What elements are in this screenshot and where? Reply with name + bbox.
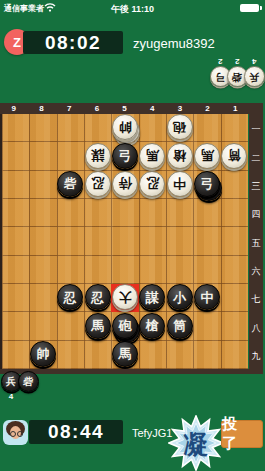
status-bar: 通信事業者 午後 11:10 — [0, 0, 265, 16]
piece-disc: 馬 — [139, 143, 165, 169]
piece-black-筒[interactable]: 筒 — [167, 313, 193, 339]
piece-glyph: 弓 — [201, 177, 214, 190]
bottom-player-name: TefyJG1 — [132, 427, 172, 439]
top-clock-value: 08:02 — [45, 32, 101, 54]
white-hand-tray: 2弓2砦4兵 — [211, 57, 263, 87]
piece-glyph: 槍 — [173, 149, 186, 162]
piece-glyph: 謀 — [146, 291, 159, 304]
piece-glyph: 小 — [173, 291, 186, 304]
bottom-clock-value: 08:44 — [48, 421, 104, 443]
piece-black-馬[interactable]: 馬 — [85, 313, 111, 339]
piece-glyph: 筒 — [173, 319, 186, 332]
piece-glyph: 大 — [119, 291, 132, 304]
row-label-9: 九 — [249, 350, 263, 363]
bottom-player-avatar — [3, 420, 28, 445]
row-label-3: 三 — [249, 180, 263, 193]
piece-disc: 忍 — [85, 171, 111, 197]
piece-glyph: 砲 — [119, 319, 132, 332]
gungi-app: 通信事業者 午後 11:10 Z 08:02 zyugemu8392 2弓2砦4… — [0, 0, 265, 471]
avatar-glasses-right — [17, 431, 23, 437]
row-label-5: 五 — [249, 237, 263, 250]
row-label-7: 七 — [249, 293, 263, 306]
piece-black-帥[interactable]: 帥 — [30, 341, 56, 367]
top-player-clock: 08:02 — [23, 31, 123, 54]
piece-glyph: 忍 — [91, 177, 104, 190]
system-time: 午後 11:10 — [0, 3, 265, 16]
piece-black-馬[interactable]: 馬 — [112, 341, 138, 367]
piece-glyph: 忍 — [91, 291, 104, 304]
piece-glyph: 侍 — [119, 177, 132, 190]
hand-piece-black-砦[interactable]: 砦 — [19, 371, 37, 401]
piece-white-馬[interactable]: 馬 — [194, 143, 220, 169]
hand-disc: 砦 — [18, 371, 39, 392]
piece-glyph: 馬 — [91, 319, 104, 332]
piece-disc: 小 — [167, 284, 193, 310]
piece-disc: 砲 — [167, 114, 193, 140]
col-label-2: 2 — [194, 103, 222, 114]
col-label-1: 1 — [221, 103, 249, 114]
row-label-6: 六 — [249, 265, 263, 278]
piece-disc: 弓 — [194, 171, 220, 197]
piece-black-砦[interactable]: 砦 — [57, 171, 83, 197]
piece-white-帥[interactable]: 帥 — [112, 114, 138, 140]
piece-disc: 筒 — [167, 313, 193, 339]
piece-disc: 砦 — [57, 171, 83, 197]
hand-glyph: 砦 — [232, 72, 242, 82]
piece-disc: 筒 — [221, 143, 247, 169]
col-label-6: 6 — [83, 103, 111, 114]
piece-disc: 槍 — [167, 143, 193, 169]
piece-white-馬[interactable]: 馬 — [139, 143, 165, 169]
piece-disc: 大 — [112, 284, 138, 310]
gungi-board[interactable]: 帥砲謀弓馬槍馬筒砦忍侍忍中弓忍忍大謀小中馬砲槍筒帥馬 — [2, 114, 248, 369]
col-label-7: 7 — [55, 103, 83, 114]
col-label-5: 5 — [111, 103, 139, 114]
hand-piece-black-兵[interactable]: 兵4 — [2, 371, 20, 401]
board-bottom-edge — [0, 369, 249, 374]
piece-black-弓[interactable]: 弓 — [112, 143, 138, 169]
row-label-1: 一 — [249, 123, 263, 136]
piece-black-忍[interactable]: 忍 — [57, 284, 83, 310]
piece-white-槍[interactable]: 槍 — [167, 143, 193, 169]
piece-white-砲[interactable]: 砲 — [167, 114, 193, 140]
piece-white-筒[interactable]: 筒 — [221, 143, 247, 169]
piece-disc: 忍 — [139, 171, 165, 197]
col-label-4: 4 — [138, 103, 166, 114]
piece-black-槍[interactable]: 槍 — [139, 313, 165, 339]
hand-piece-white-兵[interactable]: 4兵 — [245, 57, 263, 87]
piece-disc: 馬 — [85, 313, 111, 339]
piece-glyph: 筒 — [228, 149, 241, 162]
hand-glyph: 砦 — [23, 377, 33, 387]
hand-count: 2 — [218, 57, 222, 66]
row-label-2: 二 — [249, 152, 263, 165]
piece-disc: 馬 — [194, 143, 220, 169]
hand-count: 2 — [235, 57, 239, 66]
piece-glyph: 槍 — [146, 319, 159, 332]
piece-glyph: 忍 — [64, 291, 77, 304]
gyo-peek-button[interactable]: 凝 — [168, 415, 224, 471]
piece-disc: 謀 — [139, 284, 165, 310]
battery-icon — [240, 4, 259, 12]
bottom-player-clock: 08:44 — [29, 420, 123, 444]
piece-black-弓[interactable]: 弓 — [194, 171, 220, 197]
hand-glyph: 兵 — [249, 72, 259, 82]
piece-disc: 謀 — [85, 143, 111, 169]
piece-black-忍[interactable]: 忍 — [85, 284, 111, 310]
top-player-name: zyugemu8392 — [133, 36, 215, 51]
top-avatar-initial: Z — [13, 35, 21, 50]
piece-white-中[interactable]: 中 — [167, 171, 193, 197]
hand-count: 4 — [252, 57, 256, 66]
piece-glyph: 馬 — [146, 149, 159, 162]
piece-black-謀[interactable]: 謀 — [139, 284, 165, 310]
piece-glyph: 砦 — [64, 177, 77, 190]
piece-disc: 忍 — [57, 284, 83, 310]
piece-black-砲[interactable]: 砲 — [112, 313, 138, 339]
column-labels: 987654321 — [0, 103, 249, 114]
col-label-3: 3 — [166, 103, 194, 114]
piece-glyph: 帥 — [37, 347, 50, 360]
hand-disc: 兵 — [244, 66, 265, 87]
piece-disc: 侍 — [112, 171, 138, 197]
row-label-8: 八 — [249, 322, 263, 335]
piece-glyph: 謀 — [91, 149, 104, 162]
piece-glyph: 砲 — [173, 121, 186, 134]
piece-disc: 中 — [194, 284, 220, 310]
piece-disc: 忍 — [85, 284, 111, 310]
piece-glyph: 弓 — [119, 149, 132, 162]
row-labels: 一二三四五六七八九 — [249, 103, 263, 374]
piece-disc: 槍 — [139, 313, 165, 339]
piece-disc: 砲 — [112, 313, 138, 339]
resign-button[interactable]: 投 了 — [221, 420, 263, 448]
piece-disc: 中 — [167, 171, 193, 197]
piece-disc: 弓 — [112, 143, 138, 169]
resign-label: 投 了 — [222, 415, 262, 453]
piece-glyph: 帥 — [119, 121, 132, 134]
hand-count: 4 — [9, 392, 13, 401]
piece-glyph: 馬 — [119, 347, 132, 360]
hand-piece-white-弓[interactable]: 2弓 — [211, 57, 229, 87]
piece-glyph: 中 — [201, 291, 214, 304]
piece-white-侍[interactable]: 侍 — [112, 171, 138, 197]
piece-glyph: 中 — [173, 177, 186, 190]
piece-disc: 帥 — [30, 341, 56, 367]
col-label-8: 8 — [28, 103, 56, 114]
piece-disc: 帥 — [112, 114, 138, 140]
piece-white-謀[interactable]: 謀 — [85, 143, 111, 169]
piece-black-小[interactable]: 小 — [167, 284, 193, 310]
piece-white-忍[interactable]: 忍 — [139, 171, 165, 197]
piece-disc: 馬 — [112, 341, 138, 367]
piece-glyph: 馬 — [201, 149, 214, 162]
piece-white-忍[interactable]: 忍 — [85, 171, 111, 197]
piece-white-大[interactable]: 大 — [112, 284, 138, 310]
hand-glyph: 兵 — [6, 377, 16, 387]
row-label-4: 四 — [249, 208, 263, 221]
black-hand-tray: 兵4砦 — [2, 371, 37, 401]
piece-glyph: 忍 — [146, 177, 159, 190]
gyo-label: 凝 — [168, 428, 224, 461]
hand-glyph: 弓 — [215, 72, 225, 82]
avatar-glasses-left — [10, 431, 16, 437]
hand-piece-white-砦[interactable]: 2砦 — [228, 57, 246, 87]
col-label-9: 9 — [0, 103, 28, 114]
piece-black-中[interactable]: 中 — [194, 284, 220, 310]
